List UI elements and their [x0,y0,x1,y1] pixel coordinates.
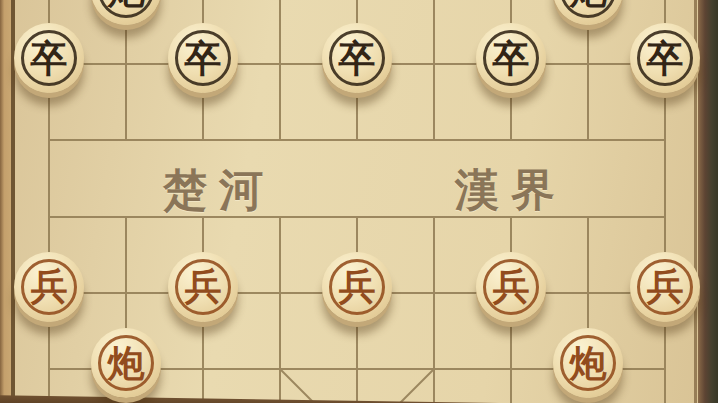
piece-character: 卒 [322,23,392,93]
piece-black-soldier-file1[interactable]: 卒 [14,23,84,93]
piece-red-soldier-file7[interactable]: 兵 [476,252,546,322]
river-label-chu-he: 楚河 [163,166,275,214]
piece-character: 卒 [14,23,84,93]
piece-red-soldier-file5[interactable]: 兵 [322,252,392,322]
piece-character: 兵 [168,252,238,322]
piece-black-soldier-file5[interactable]: 卒 [322,23,392,93]
piece-black-soldier-file7[interactable]: 卒 [476,23,546,93]
piece-red-cannon-file2[interactable]: 炮 [91,328,161,398]
piece-character: 卒 [476,23,546,93]
piece-black-cannon-file2[interactable]: 炮 [91,0,161,25]
piece-black-soldier-file9[interactable]: 卒 [630,23,700,93]
river-label-han-jie: 漢界 [455,166,567,214]
piece-character: 兵 [476,252,546,322]
piece-character: 卒 [168,23,238,93]
piece-red-cannon-file8[interactable]: 炮 [553,328,623,398]
piece-black-cannon-file8[interactable]: 炮 [553,0,623,25]
piece-black-soldier-file3[interactable]: 卒 [168,23,238,93]
piece-character: 炮 [553,0,623,25]
piece-red-soldier-file3[interactable]: 兵 [168,252,238,322]
piece-character: 兵 [322,252,392,322]
piece-red-soldier-file1[interactable]: 兵 [14,252,84,322]
piece-character: 卒 [630,23,700,93]
piece-character: 炮 [91,0,161,25]
piece-character: 炮 [553,328,623,398]
piece-character: 兵 [630,252,700,322]
piece-character: 兵 [14,252,84,322]
piece-character: 炮 [91,328,161,398]
board-frame-right [698,0,718,403]
piece-red-soldier-file9[interactable]: 兵 [630,252,700,322]
xiangqi-board[interactable]: 楚河 漢界 炮炮卒卒卒卒卒兵兵兵兵兵炮炮 [0,0,718,403]
